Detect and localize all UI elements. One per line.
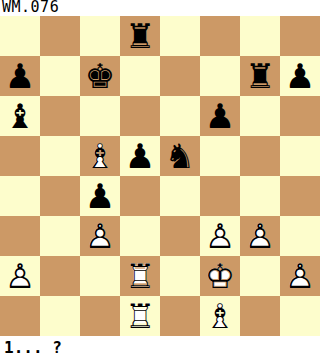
square-b1[interactable] bbox=[40, 296, 80, 336]
puzzle-id: WM.076 bbox=[0, 0, 320, 16]
square-e6[interactable] bbox=[160, 96, 200, 136]
square-g8[interactable] bbox=[240, 16, 280, 56]
white-pawn: ♟♙ bbox=[0, 256, 40, 296]
square-e5[interactable]: ♞ bbox=[160, 136, 200, 176]
square-g3[interactable]: ♟♙ bbox=[240, 216, 280, 256]
square-c8[interactable] bbox=[80, 16, 120, 56]
square-a2[interactable]: ♟♙ bbox=[0, 256, 40, 296]
square-f5[interactable] bbox=[200, 136, 240, 176]
square-c7[interactable]: ♚ bbox=[80, 56, 120, 96]
square-d7[interactable] bbox=[120, 56, 160, 96]
white-pawn: ♟♙ bbox=[280, 256, 320, 296]
square-f3[interactable]: ♟♙ bbox=[200, 216, 240, 256]
square-h8[interactable] bbox=[280, 16, 320, 56]
white-rook: ♜♖ bbox=[120, 256, 160, 296]
square-c2[interactable] bbox=[80, 256, 120, 296]
black-pawn: ♟ bbox=[0, 56, 40, 96]
square-c6[interactable] bbox=[80, 96, 120, 136]
black-bishop: ♝ bbox=[0, 96, 40, 136]
square-g5[interactable] bbox=[240, 136, 280, 176]
square-f2[interactable]: ♚♔ bbox=[200, 256, 240, 296]
square-h6[interactable] bbox=[280, 96, 320, 136]
square-d6[interactable] bbox=[120, 96, 160, 136]
square-g2[interactable] bbox=[240, 256, 280, 296]
square-e7[interactable] bbox=[160, 56, 200, 96]
square-b6[interactable] bbox=[40, 96, 80, 136]
square-f4[interactable] bbox=[200, 176, 240, 216]
square-f7[interactable] bbox=[200, 56, 240, 96]
black-pawn: ♟ bbox=[200, 96, 240, 136]
black-rook: ♜ bbox=[240, 56, 280, 96]
white-rook: ♜♖ bbox=[120, 296, 160, 336]
square-c3[interactable]: ♟♙ bbox=[80, 216, 120, 256]
square-e4[interactable] bbox=[160, 176, 200, 216]
white-bishop: ♝♗ bbox=[80, 136, 120, 176]
square-a8[interactable] bbox=[0, 16, 40, 56]
square-c1[interactable] bbox=[80, 296, 120, 336]
chess-board: ♜♟♚♜♟♝♟♝♗♟♞♟♟♙♟♙♟♙♟♙♜♖♚♔♟♙♜♖♝♗ bbox=[0, 16, 320, 336]
square-b5[interactable] bbox=[40, 136, 80, 176]
black-king: ♚ bbox=[80, 56, 120, 96]
square-f6[interactable]: ♟ bbox=[200, 96, 240, 136]
square-a1[interactable] bbox=[0, 296, 40, 336]
square-e2[interactable] bbox=[160, 256, 200, 296]
square-e3[interactable] bbox=[160, 216, 200, 256]
square-b4[interactable] bbox=[40, 176, 80, 216]
black-rook: ♜ bbox=[120, 16, 160, 56]
white-pawn: ♟♙ bbox=[80, 216, 120, 256]
square-a3[interactable] bbox=[0, 216, 40, 256]
square-d4[interactable] bbox=[120, 176, 160, 216]
square-h3[interactable] bbox=[280, 216, 320, 256]
square-d3[interactable] bbox=[120, 216, 160, 256]
square-b8[interactable] bbox=[40, 16, 80, 56]
square-e1[interactable] bbox=[160, 296, 200, 336]
white-king: ♚♔ bbox=[200, 256, 240, 296]
square-g1[interactable] bbox=[240, 296, 280, 336]
square-c5[interactable]: ♝♗ bbox=[80, 136, 120, 176]
chess-puzzle-app: WM.076 ♜♟♚♜♟♝♟♝♗♟♞♟♟♙♟♙♟♙♟♙♜♖♚♔♟♙♜♖♝♗ 1.… bbox=[0, 0, 320, 360]
square-c4[interactable]: ♟ bbox=[80, 176, 120, 216]
white-bishop: ♝♗ bbox=[200, 296, 240, 336]
square-f1[interactable]: ♝♗ bbox=[200, 296, 240, 336]
square-f8[interactable] bbox=[200, 16, 240, 56]
square-h5[interactable] bbox=[280, 136, 320, 176]
black-knight: ♞ bbox=[160, 136, 200, 176]
square-a5[interactable] bbox=[0, 136, 40, 176]
square-d5[interactable]: ♟ bbox=[120, 136, 160, 176]
square-h7[interactable]: ♟ bbox=[280, 56, 320, 96]
square-h1[interactable] bbox=[280, 296, 320, 336]
square-a7[interactable]: ♟ bbox=[0, 56, 40, 96]
black-pawn: ♟ bbox=[80, 176, 120, 216]
square-g4[interactable] bbox=[240, 176, 280, 216]
square-e8[interactable] bbox=[160, 16, 200, 56]
square-a4[interactable] bbox=[0, 176, 40, 216]
white-pawn: ♟♙ bbox=[240, 216, 280, 256]
black-pawn: ♟ bbox=[280, 56, 320, 96]
square-g6[interactable] bbox=[240, 96, 280, 136]
square-d1[interactable]: ♜♖ bbox=[120, 296, 160, 336]
move-prompt: 1... ? bbox=[0, 336, 320, 360]
white-pawn: ♟♙ bbox=[200, 216, 240, 256]
square-g7[interactable]: ♜ bbox=[240, 56, 280, 96]
black-pawn: ♟ bbox=[120, 136, 160, 176]
square-h2[interactable]: ♟♙ bbox=[280, 256, 320, 296]
square-a6[interactable]: ♝ bbox=[0, 96, 40, 136]
square-h4[interactable] bbox=[280, 176, 320, 216]
square-b2[interactable] bbox=[40, 256, 80, 296]
square-d8[interactable]: ♜ bbox=[120, 16, 160, 56]
square-d2[interactable]: ♜♖ bbox=[120, 256, 160, 296]
square-b3[interactable] bbox=[40, 216, 80, 256]
square-b7[interactable] bbox=[40, 56, 80, 96]
